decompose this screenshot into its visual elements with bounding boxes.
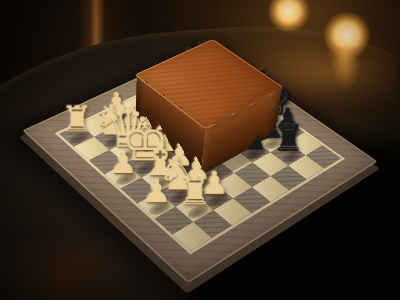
square-g2[interactable]: ♜ xyxy=(270,142,305,165)
white-pawn[interactable]: ♟ xyxy=(100,149,146,176)
floor-glow xyxy=(0,228,140,300)
scene: ♜♟♟♝♞♞♟♜♟♛♟♟♟♟♚♝♟♛♝♟♟♞♚♟♞♟♟♝♟♜♟♜ xyxy=(0,0,400,300)
square-a3[interactable]: ♟ xyxy=(137,192,175,219)
square-h1[interactable] xyxy=(306,145,341,168)
white-rook[interactable]: ♜ xyxy=(171,175,219,208)
black-rook[interactable]: ♜ xyxy=(266,123,310,154)
candle-reflection xyxy=(330,48,360,88)
